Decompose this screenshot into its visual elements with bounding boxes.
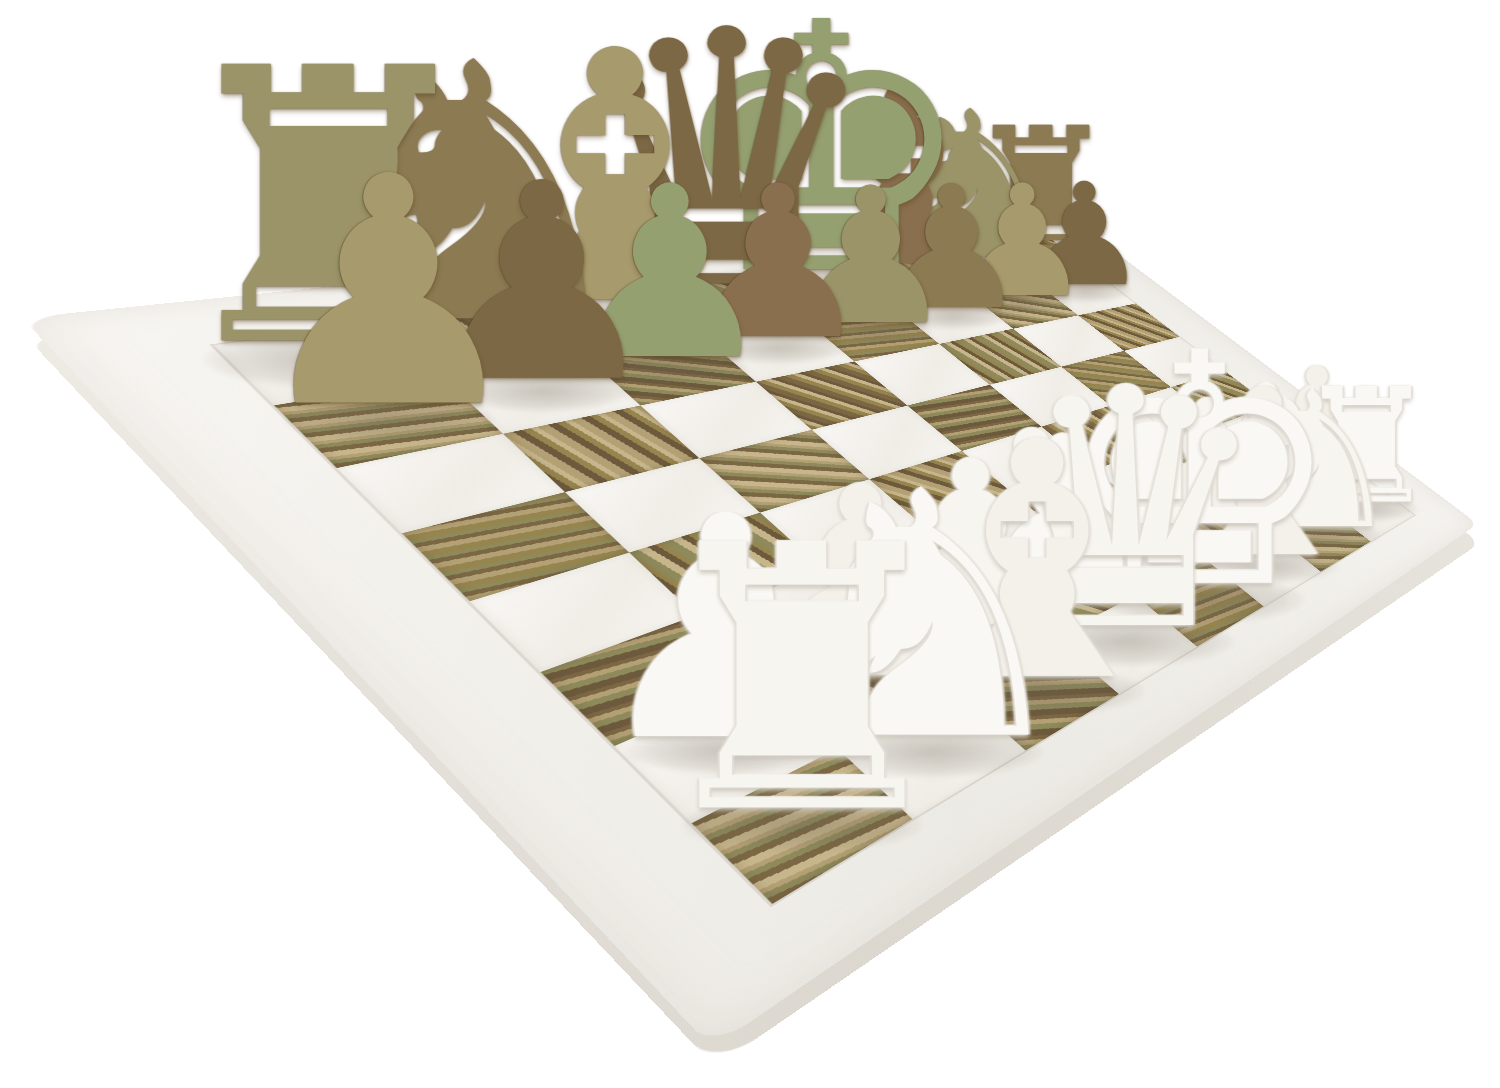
chess-board xyxy=(22,212,1478,1048)
chess-set-photo: ♜♞♝♛♚♝♞♜♟♟♟♟♟♟♟♟♟♟♟♟♟♟♟♟♜♞♝♛♚♝♞♜ xyxy=(0,0,1500,1088)
